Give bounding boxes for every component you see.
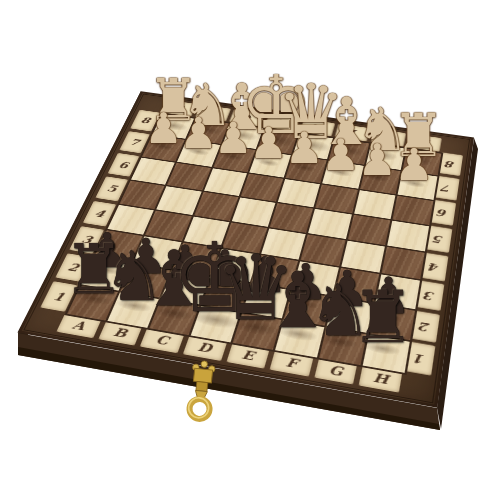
piece-dark-rook-h1[interactable]: ♜ — [347, 282, 419, 354]
piece-light-pawn-h7[interactable]: ♟ — [392, 143, 436, 187]
product-photo: ABCDEFGH ABCDEFGH 87654321 87654321 ♜♞♝♚… — [0, 0, 500, 500]
pieces-layer: ♜♞♝♚♛♝♞♜♟♟♟♟♟♟♟♟♟♟♟♟♟♟♟♟♜♞♝♚♛♝♞♜ — [0, 0, 500, 500]
